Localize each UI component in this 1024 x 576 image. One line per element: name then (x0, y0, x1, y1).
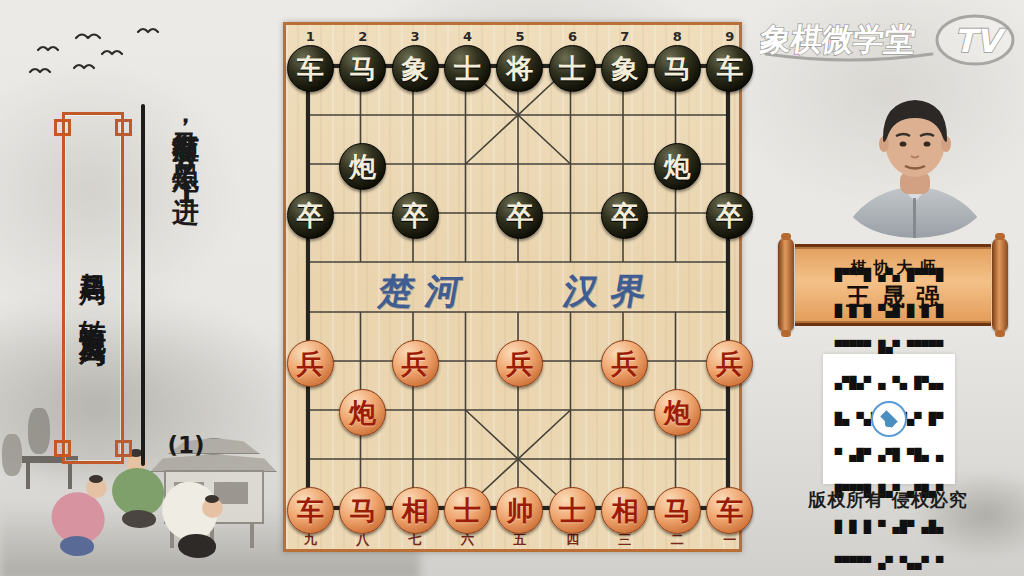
lesson-title-banner: 起马局-转中炮对屏风马 (62, 112, 124, 464)
piece-red-马-f2r9[interactable]: 马 (339, 487, 386, 534)
presenter-photo (843, 86, 987, 238)
vertical-divider (141, 104, 145, 466)
piece-black-象-f7r0[interactable]: 象 (601, 45, 648, 92)
lesson-title: 起马局-转中炮对屏风马 (80, 251, 107, 326)
scroll-rod-left (778, 238, 794, 332)
variation-subtitle: 红右马盘河，黑炮8进1 (1) (158, 110, 214, 470)
variation-number: (1) (167, 432, 204, 458)
piece-red-马-f8r9[interactable]: 马 (654, 487, 701, 534)
piece-grid: 车马象士将士象马车炮炮卒卒卒卒卒兵兵兵兵兵炮炮车马相士帅士相马车 (284, 44, 756, 535)
birds-illustration (16, 24, 186, 84)
piece-black-马-f2r0[interactable]: 马 (339, 45, 386, 92)
logo-tv-badge: TV (954, 22, 1007, 60)
piece-red-士-f6r9[interactable]: 士 (549, 487, 596, 534)
banner-ornament (115, 119, 132, 136)
piece-red-士-f4r9[interactable]: 士 (444, 487, 491, 534)
scroll-rod-right (992, 238, 1008, 332)
piece-black-将-f5r0[interactable]: 将 (496, 45, 543, 92)
banner-ornament (115, 440, 132, 457)
logo-text: 象棋微学堂 (760, 21, 918, 57)
piece-black-卒-f5r3[interactable]: 卒 (496, 192, 543, 239)
banner-ornament (54, 440, 71, 457)
piece-black-车-f1r0[interactable]: 车 (287, 45, 334, 92)
piece-black-象-f3r0[interactable]: 象 (392, 45, 439, 92)
piece-red-兵-f7r6[interactable]: 兵 (601, 340, 648, 387)
piece-black-士-f6r0[interactable]: 士 (549, 45, 596, 92)
piece-black-卒-f1r3[interactable]: 卒 (287, 192, 334, 239)
qr-code: █▀▀▀█ ▄▀▄ █▀▀▀█ █ █ █ ▀▄█ █ █ █ ▀▀▀▀▀ █▄… (823, 354, 955, 484)
piece-black-士-f4r0[interactable]: 士 (444, 45, 491, 92)
piece-black-卒-f7r3[interactable]: 卒 (601, 192, 648, 239)
graduation-cap-icon (880, 410, 898, 428)
piece-black-炮-f2r2[interactable]: 炮 (339, 143, 386, 190)
piece-black-马-f8r0[interactable]: 马 (654, 45, 701, 92)
variation-text: 红右马盘河，黑炮8进1 (173, 110, 200, 428)
piece-black-卒-f3r3[interactable]: 卒 (392, 192, 439, 239)
piece-red-相-f7r9[interactable]: 相 (601, 487, 648, 534)
file-numbers-top: 12 34 56 78 9 (284, 30, 756, 43)
channel-logo: 象棋微学堂 TV (760, 10, 1018, 76)
piece-red-车-f1r9[interactable]: 车 (287, 487, 334, 534)
piece-red-炮-f8r7[interactable]: 炮 (654, 389, 701, 436)
piece-black-卒-f9r3[interactable]: 卒 (706, 192, 753, 239)
piece-red-兵-f9r6[interactable]: 兵 (706, 340, 753, 387)
piece-red-兵-f5r6[interactable]: 兵 (496, 340, 543, 387)
piece-red-相-f3r9[interactable]: 相 (392, 487, 439, 534)
piece-black-车-f9r0[interactable]: 车 (706, 45, 753, 92)
video-frame: 起马局-转中炮对屏风马 红右马盘河，黑炮8进1 (1) 12 (0, 0, 1024, 576)
piece-red-兵-f3r6[interactable]: 兵 (392, 340, 439, 387)
piece-red-炮-f2r7[interactable]: 炮 (339, 389, 386, 436)
qr-center-logo (871, 401, 907, 437)
xiangqi-board[interactable]: 12 34 56 78 9 九八 七六 五四 三二 一 楚河 汉界 车马象士将士… (283, 22, 742, 552)
piece-red-帅-f5r9[interactable]: 帅 (496, 487, 543, 534)
copyright-notice: 版权所有 侵权必究 (768, 488, 1008, 512)
piece-red-兵-f1r6[interactable]: 兵 (287, 340, 334, 387)
piece-black-炮-f8r2[interactable]: 炮 (654, 143, 701, 190)
banner-ornament (54, 119, 71, 136)
piece-red-车-f9r9[interactable]: 车 (706, 487, 753, 534)
